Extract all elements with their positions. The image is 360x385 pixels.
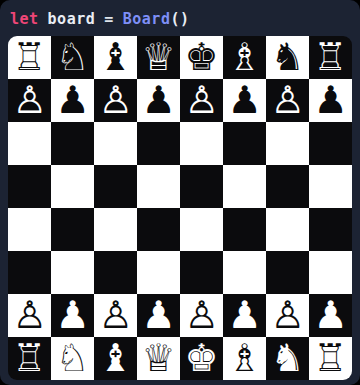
square-d7[interactable]: ♟ [137,79,180,122]
square-f8[interactable]: ♗ [223,36,266,79]
square-c8[interactable]: ♝ [94,36,137,79]
square-a1[interactable]: ♖ [8,337,51,380]
square-e5[interactable] [180,165,223,208]
square-e4[interactable] [180,208,223,251]
square-b1[interactable]: ♘ [51,337,94,380]
code-line: let board = Board () [10,6,190,32]
square-f5[interactable] [223,165,266,208]
square-h5[interactable] [309,165,352,208]
square-d3[interactable] [137,251,180,294]
square-c5[interactable] [94,165,137,208]
piece-white-queen-d1: ♕ [141,339,175,377]
piece-black-knight-g8: ♞ [270,38,304,76]
square-g6[interactable] [266,122,309,165]
square-a8[interactable]: ♖ [8,36,51,79]
square-f7[interactable]: ♟ [223,79,266,122]
square-g5[interactable] [266,165,309,208]
square-b6[interactable] [51,122,94,165]
square-c3[interactable] [94,251,137,294]
square-g1[interactable]: ♞ [266,337,309,380]
piece-white-bishop-c1: ♝ [98,339,132,377]
code-operator-equals: = [104,10,114,28]
square-h6[interactable] [309,122,352,165]
piece-white-rook-a1: ♖ [12,339,46,377]
piece-black-rook-h8: ♖ [313,38,347,76]
app-window: let board = Board () ♖♘♝♕♚♗♞♖♙♟♙♟♙♟♙♟♙♟♙… [0,0,360,385]
piece-black-pawn-b7: ♟ [55,81,89,119]
square-b4[interactable] [51,208,94,251]
square-c1[interactable]: ♝ [94,337,137,380]
square-a4[interactable] [8,208,51,251]
piece-black-knight-b8: ♘ [55,38,89,76]
square-d1[interactable]: ♕ [137,337,180,380]
code-variable-board: board [48,10,96,28]
square-a3[interactable] [8,251,51,294]
square-c7[interactable]: ♙ [94,79,137,122]
piece-white-pawn-d2: ♟ [141,296,175,334]
code-type-board: Board [123,10,171,28]
piece-white-pawn-h2: ♟ [313,296,347,334]
square-e7[interactable]: ♙ [180,79,223,122]
square-g4[interactable] [266,208,309,251]
piece-black-king-e8: ♚ [184,38,218,76]
square-f6[interactable] [223,122,266,165]
square-d2[interactable]: ♟ [137,294,180,337]
piece-black-rook-a8: ♖ [12,38,46,76]
piece-white-pawn-c2: ♙ [98,296,132,334]
square-g3[interactable] [266,251,309,294]
square-f1[interactable]: ♗ [223,337,266,380]
piece-white-pawn-b2: ♟ [55,296,89,334]
piece-white-pawn-g2: ♙ [270,296,304,334]
square-f4[interactable] [223,208,266,251]
piece-black-pawn-h7: ♟ [313,81,347,119]
piece-white-bishop-f1: ♗ [227,339,261,377]
piece-white-king-e1: ♚ [184,339,218,377]
square-e3[interactable] [180,251,223,294]
square-b3[interactable] [51,251,94,294]
square-c2[interactable]: ♙ [94,294,137,337]
square-h8[interactable]: ♖ [309,36,352,79]
square-e6[interactable] [180,122,223,165]
piece-white-knight-b1: ♘ [55,339,89,377]
square-c6[interactable] [94,122,137,165]
piece-black-pawn-d7: ♟ [141,81,175,119]
square-b7[interactable]: ♟ [51,79,94,122]
piece-white-rook-h1: ♖ [313,339,347,377]
square-a6[interactable] [8,122,51,165]
piece-black-bishop-f8: ♗ [227,38,261,76]
square-f2[interactable]: ♟ [223,294,266,337]
square-d4[interactable] [137,208,180,251]
square-b5[interactable] [51,165,94,208]
square-h1[interactable]: ♖ [309,337,352,380]
code-parens: () [170,10,189,28]
chess-board: ♖♘♝♕♚♗♞♖♙♟♙♟♙♟♙♟♙♟♙♟♙♟♙♟♖♘♝♕♚♗♞♖ [8,36,352,380]
piece-black-pawn-f7: ♟ [227,81,261,119]
square-h4[interactable] [309,208,352,251]
piece-white-pawn-f2: ♟ [227,296,261,334]
square-b2[interactable]: ♟ [51,294,94,337]
square-d8[interactable]: ♕ [137,36,180,79]
square-f3[interactable] [223,251,266,294]
piece-white-pawn-e2: ♙ [184,296,218,334]
square-g8[interactable]: ♞ [266,36,309,79]
square-b8[interactable]: ♘ [51,36,94,79]
piece-black-pawn-a7: ♙ [12,81,46,119]
square-g7[interactable]: ♙ [266,79,309,122]
square-e8[interactable]: ♚ [180,36,223,79]
square-e1[interactable]: ♚ [180,337,223,380]
code-keyword-let: let [10,10,39,28]
square-a2[interactable]: ♙ [8,294,51,337]
piece-black-pawn-g7: ♙ [270,81,304,119]
square-e2[interactable]: ♙ [180,294,223,337]
square-d5[interactable] [137,165,180,208]
piece-black-pawn-c7: ♙ [98,81,132,119]
square-c4[interactable] [94,208,137,251]
square-d6[interactable] [137,122,180,165]
square-h2[interactable]: ♟ [309,294,352,337]
piece-black-queen-d8: ♕ [141,38,175,76]
piece-black-pawn-e7: ♙ [184,81,218,119]
square-h3[interactable] [309,251,352,294]
piece-white-knight-g1: ♞ [270,339,304,377]
square-a5[interactable] [8,165,51,208]
piece-white-pawn-a2: ♙ [12,296,46,334]
piece-black-bishop-c8: ♝ [98,38,132,76]
square-a7[interactable]: ♙ [8,79,51,122]
square-h7[interactable]: ♟ [309,79,352,122]
square-g2[interactable]: ♙ [266,294,309,337]
